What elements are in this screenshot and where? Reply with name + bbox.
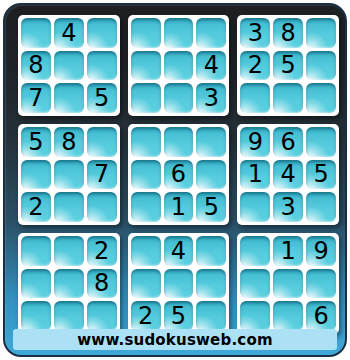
cell-r6c3[interactable] xyxy=(87,192,117,222)
cell-r5c5[interactable]: 6 xyxy=(164,160,194,190)
cell-r8c5[interactable] xyxy=(164,269,194,299)
cell-r9c2[interactable] xyxy=(54,301,84,331)
cell-value: 2 xyxy=(28,195,43,219)
block-4: 5872 xyxy=(18,124,120,225)
cell-r5c6[interactable] xyxy=(196,160,226,190)
cell-value: 8 xyxy=(281,21,296,45)
cell-r3c3[interactable]: 5 xyxy=(87,83,117,113)
cell-r7c3[interactable]: 2 xyxy=(87,236,117,266)
cell-r6c2[interactable] xyxy=(54,192,84,222)
cell-value: 5 xyxy=(28,130,43,154)
cell-r3c2[interactable] xyxy=(54,83,84,113)
cell-r2c2[interactable] xyxy=(54,51,84,81)
cell-r2c6[interactable]: 4 xyxy=(196,51,226,81)
cell-r2c8[interactable]: 5 xyxy=(273,51,303,81)
cell-r9c7[interactable] xyxy=(240,301,270,331)
cell-r2c4[interactable] xyxy=(131,51,161,81)
cell-value: 6 xyxy=(281,130,296,154)
cell-r2c9[interactable] xyxy=(306,51,336,81)
cell-value: 6 xyxy=(313,304,328,328)
cell-r6c5[interactable]: 1 xyxy=(164,192,194,222)
cell-r2c5[interactable] xyxy=(164,51,194,81)
cell-r4c4[interactable] xyxy=(131,127,161,157)
cell-r7c2[interactable] xyxy=(54,236,84,266)
cell-value: 3 xyxy=(281,195,296,219)
cell-value: 7 xyxy=(28,86,43,110)
cell-value: 1 xyxy=(281,239,296,263)
cell-value: 8 xyxy=(61,130,76,154)
cell-r9c4[interactable]: 2 xyxy=(131,301,161,331)
cell-r5c3[interactable]: 7 xyxy=(87,160,117,190)
block-6: 961453 xyxy=(237,124,339,225)
cell-value: 5 xyxy=(204,195,219,219)
sudoku-board: 4875433825587261596145328425196 xyxy=(18,15,339,334)
cell-r3c6[interactable]: 3 xyxy=(196,83,226,113)
cell-r6c7[interactable] xyxy=(240,192,270,222)
block-1: 4875 xyxy=(18,15,120,116)
cell-r4c9[interactable] xyxy=(306,127,336,157)
cell-r6c8[interactable]: 3 xyxy=(273,192,303,222)
cell-value: 5 xyxy=(171,304,186,328)
cell-value: 2 xyxy=(138,304,153,328)
cell-r7c5[interactable]: 4 xyxy=(164,236,194,266)
cell-r1c1[interactable] xyxy=(21,18,51,48)
cell-r7c4[interactable] xyxy=(131,236,161,266)
cell-r9c8[interactable] xyxy=(273,301,303,331)
cell-r4c5[interactable] xyxy=(164,127,194,157)
block-2: 43 xyxy=(128,15,230,116)
cell-value: 8 xyxy=(94,271,109,295)
cell-value: 4 xyxy=(281,162,296,186)
block-9: 196 xyxy=(237,233,339,334)
cell-r9c6[interactable] xyxy=(196,301,226,331)
cell-r5c4[interactable] xyxy=(131,160,161,190)
cell-r8c8[interactable] xyxy=(273,269,303,299)
cell-r1c2[interactable]: 4 xyxy=(54,18,84,48)
cell-r1c7[interactable]: 3 xyxy=(240,18,270,48)
cell-r6c6[interactable]: 5 xyxy=(196,192,226,222)
cell-value: 3 xyxy=(248,21,263,45)
cell-r8c3[interactable]: 8 xyxy=(87,269,117,299)
cell-r5c8[interactable]: 4 xyxy=(273,160,303,190)
cell-r8c7[interactable] xyxy=(240,269,270,299)
cell-r7c1[interactable] xyxy=(21,236,51,266)
cell-r6c1[interactable]: 2 xyxy=(21,192,51,222)
website-url: www.sudokusweb.com xyxy=(77,331,272,349)
cell-r8c2[interactable] xyxy=(54,269,84,299)
cell-r4c2[interactable]: 8 xyxy=(54,127,84,157)
cell-value: 5 xyxy=(313,162,328,186)
cell-r7c7[interactable] xyxy=(240,236,270,266)
cell-r9c3[interactable] xyxy=(87,301,117,331)
puzzle-plaque: 4875433825587261596145328425196 www.sudo… xyxy=(3,3,347,357)
cell-r4c8[interactable]: 6 xyxy=(273,127,303,157)
cell-r2c7[interactable]: 2 xyxy=(240,51,270,81)
cell-value: 1 xyxy=(171,195,186,219)
cell-r5c9[interactable]: 5 xyxy=(306,160,336,190)
cell-value: 9 xyxy=(313,239,328,263)
cell-r3c8[interactable] xyxy=(273,83,303,113)
cell-r1c8[interactable]: 8 xyxy=(273,18,303,48)
cell-r3c1[interactable]: 7 xyxy=(21,83,51,113)
cell-r1c9[interactable] xyxy=(306,18,336,48)
cell-r9c9[interactable]: 6 xyxy=(306,301,336,331)
cell-value: 4 xyxy=(204,53,219,77)
cell-r5c7[interactable]: 1 xyxy=(240,160,270,190)
block-8: 425 xyxy=(128,233,230,334)
cell-r1c6[interactable] xyxy=(196,18,226,48)
cell-r2c1[interactable]: 8 xyxy=(21,51,51,81)
cell-value: 2 xyxy=(248,53,263,77)
cell-r8c4[interactable] xyxy=(131,269,161,299)
cell-r5c1[interactable] xyxy=(21,160,51,190)
block-5: 615 xyxy=(128,124,230,225)
cell-value: 7 xyxy=(94,162,109,186)
cell-value: 9 xyxy=(248,130,263,154)
cell-value: 8 xyxy=(28,53,43,77)
cell-r7c6[interactable] xyxy=(196,236,226,266)
cell-r1c3[interactable] xyxy=(87,18,117,48)
cell-r8c9[interactable] xyxy=(306,269,336,299)
cell-r4c3[interactable] xyxy=(87,127,117,157)
cell-value: 1 xyxy=(248,162,263,186)
cell-value: 3 xyxy=(204,86,219,110)
cell-value: 2 xyxy=(94,239,109,263)
cell-r3c9[interactable] xyxy=(306,83,336,113)
cell-r4c1[interactable]: 5 xyxy=(21,127,51,157)
cell-r9c1[interactable] xyxy=(21,301,51,331)
cell-r4c7[interactable]: 9 xyxy=(240,127,270,157)
cell-value: 4 xyxy=(171,239,186,263)
cell-r1c5[interactable] xyxy=(164,18,194,48)
cell-r5c2[interactable] xyxy=(54,160,84,190)
cell-r1c4[interactable] xyxy=(131,18,161,48)
cell-r7c8[interactable]: 1 xyxy=(273,236,303,266)
cell-value: 5 xyxy=(94,86,109,110)
cell-value: 4 xyxy=(61,21,76,45)
cell-r7c9[interactable]: 9 xyxy=(306,236,336,266)
cell-r2c3[interactable] xyxy=(87,51,117,81)
cell-r9c5[interactable]: 5 xyxy=(164,301,194,331)
cell-r3c5[interactable] xyxy=(164,83,194,113)
cell-value: 6 xyxy=(171,162,186,186)
cell-r6c4[interactable] xyxy=(131,192,161,222)
block-7: 28 xyxy=(18,233,120,334)
cell-r6c9[interactable] xyxy=(306,192,336,222)
cell-r8c1[interactable] xyxy=(21,269,51,299)
cell-r8c6[interactable] xyxy=(196,269,226,299)
cell-r3c7[interactable] xyxy=(240,83,270,113)
footer-band: www.sudokusweb.com xyxy=(13,329,337,350)
block-3: 3825 xyxy=(237,15,339,116)
cell-r3c4[interactable] xyxy=(131,83,161,113)
sudoku-page: 4875433825587261596145328425196 www.sudo… xyxy=(0,0,350,360)
cell-value: 5 xyxy=(281,53,296,77)
cell-r4c6[interactable] xyxy=(196,127,226,157)
